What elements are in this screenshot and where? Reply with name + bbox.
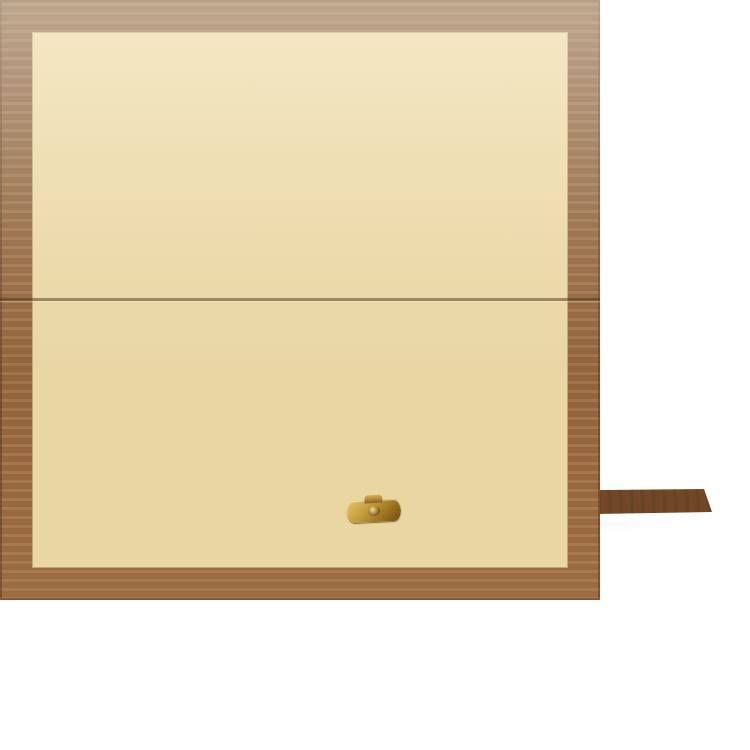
chess-set-photo	[0, 0, 750, 750]
pieces-layer	[0, 0, 750, 750]
